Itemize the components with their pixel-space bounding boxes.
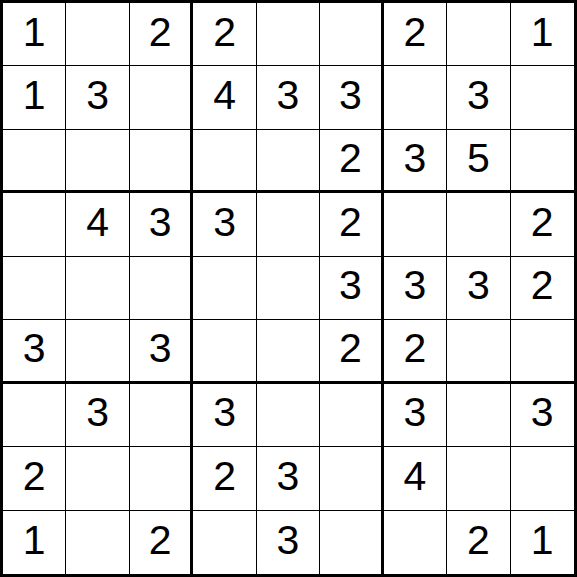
grid-cell-given[interactable]: 3 xyxy=(193,193,256,256)
grid-cell-given[interactable]: 3 xyxy=(130,193,193,256)
grid-cell-empty[interactable] xyxy=(384,193,447,256)
grid-cell-given[interactable]: 1 xyxy=(511,3,574,66)
grid-cell-given[interactable]: 3 xyxy=(384,130,447,193)
grid-cell-given[interactable]: 2 xyxy=(384,3,447,66)
grid-cell-empty[interactable] xyxy=(130,66,193,129)
grid-cell-given[interactable]: 2 xyxy=(320,130,383,193)
grid-cell-empty[interactable] xyxy=(130,257,193,320)
grid-cell-empty[interactable] xyxy=(511,447,574,510)
grid-cell-given[interactable]: 3 xyxy=(193,384,256,447)
grid-cell-empty[interactable] xyxy=(66,511,129,574)
grid-cell-empty[interactable] xyxy=(130,130,193,193)
grid-cell-empty[interactable] xyxy=(193,320,256,383)
grid-cell-empty[interactable] xyxy=(320,511,383,574)
grid-cell-given[interactable]: 3 xyxy=(384,384,447,447)
grid-cell-empty[interactable] xyxy=(447,193,510,256)
grid-cell-empty[interactable] xyxy=(3,257,66,320)
grid-cell-given[interactable]: 4 xyxy=(193,66,256,129)
grid-cell-empty[interactable] xyxy=(447,384,510,447)
grid-cell-empty[interactable] xyxy=(384,66,447,129)
grid-cell-empty[interactable] xyxy=(3,384,66,447)
grid-cell-empty[interactable] xyxy=(66,320,129,383)
grid-cell-given[interactable]: 2 xyxy=(193,447,256,510)
grid-cell-given[interactable]: 3 xyxy=(511,384,574,447)
grid-cell-empty[interactable] xyxy=(447,320,510,383)
grid-cell-given[interactable]: 3 xyxy=(257,511,320,574)
grid-cell-given[interactable]: 2 xyxy=(193,3,256,66)
grid-cell-given[interactable]: 3 xyxy=(320,66,383,129)
grid-cell-given[interactable]: 3 xyxy=(66,384,129,447)
grid-cell-given[interactable]: 2 xyxy=(511,257,574,320)
grid-cell-empty[interactable] xyxy=(66,130,129,193)
grid-cell-given[interactable]: 4 xyxy=(66,193,129,256)
grid-cell-empty[interactable] xyxy=(511,130,574,193)
grid-cell-empty[interactable] xyxy=(511,66,574,129)
grid-cell-empty[interactable] xyxy=(447,447,510,510)
grid-cell-given[interactable]: 2 xyxy=(384,320,447,383)
grid-cell-empty[interactable] xyxy=(320,384,383,447)
grid-cell-given[interactable]: 5 xyxy=(447,130,510,193)
grid-cell-empty[interactable] xyxy=(3,130,66,193)
grid-cell-given[interactable]: 1 xyxy=(3,3,66,66)
grid-cell-given[interactable]: 3 xyxy=(257,66,320,129)
grid-cell-given[interactable]: 3 xyxy=(66,66,129,129)
grid-cell-given[interactable]: 1 xyxy=(3,511,66,574)
grid-cell-empty[interactable] xyxy=(3,193,66,256)
grid-cell-empty[interactable] xyxy=(257,320,320,383)
grid-cell-empty[interactable] xyxy=(257,257,320,320)
grid-cell-empty[interactable] xyxy=(511,320,574,383)
puzzle-board: 1222113433323543322333233223333223412321 xyxy=(0,0,577,577)
grid-cell-given[interactable]: 2 xyxy=(130,3,193,66)
grid-cell-empty[interactable] xyxy=(66,257,129,320)
grid-cell-empty[interactable] xyxy=(257,130,320,193)
grid-cell-given[interactable]: 2 xyxy=(447,511,510,574)
grid-cell-given[interactable]: 1 xyxy=(3,66,66,129)
grid-cell-empty[interactable] xyxy=(193,130,256,193)
grid-cell-empty[interactable] xyxy=(257,193,320,256)
grid-cell-empty[interactable] xyxy=(257,384,320,447)
grid-cell-given[interactable]: 3 xyxy=(320,257,383,320)
grid-cell-given[interactable]: 3 xyxy=(257,447,320,510)
grid-cell-empty[interactable] xyxy=(130,447,193,510)
grid-cell-empty[interactable] xyxy=(193,511,256,574)
grid-cell-given[interactable]: 4 xyxy=(384,447,447,510)
grid-cell-given[interactable]: 3 xyxy=(384,257,447,320)
grid-cell-given[interactable]: 2 xyxy=(3,447,66,510)
grid-cell-empty[interactable] xyxy=(384,511,447,574)
grid-cell-empty[interactable] xyxy=(130,384,193,447)
grid-cell-given[interactable]: 3 xyxy=(130,320,193,383)
grid-cell-given[interactable]: 2 xyxy=(320,193,383,256)
grid-cell-given[interactable]: 3 xyxy=(447,257,510,320)
grid-cell-empty[interactable] xyxy=(257,3,320,66)
grid-cell-empty[interactable] xyxy=(447,3,510,66)
grid-cell-given[interactable]: 2 xyxy=(320,320,383,383)
grid-cell-empty[interactable] xyxy=(320,3,383,66)
grid-cell-given[interactable]: 1 xyxy=(511,511,574,574)
grid-cell-empty[interactable] xyxy=(66,447,129,510)
grid-cell-empty[interactable] xyxy=(193,257,256,320)
grid-cell-empty[interactable] xyxy=(66,3,129,66)
grid-cell-empty[interactable] xyxy=(320,447,383,510)
grid-cell-given[interactable]: 3 xyxy=(3,320,66,383)
grid-cell-given[interactable]: 2 xyxy=(511,193,574,256)
grid-cell-given[interactable]: 2 xyxy=(130,511,193,574)
grid-cell-given[interactable]: 3 xyxy=(447,66,510,129)
